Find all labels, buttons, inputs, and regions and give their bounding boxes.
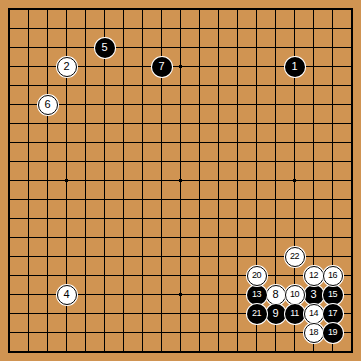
- stone-21-black: 21: [247, 304, 267, 324]
- stone-18-white: 18: [304, 323, 324, 343]
- stone-4-white: 4: [57, 285, 77, 305]
- stone-19-black: 19: [323, 323, 343, 343]
- board-grid: 12345678910111213141516171819202122: [0, 0, 361, 361]
- stone-12-white: 12: [304, 266, 324, 286]
- stone-17-black: 17: [323, 304, 343, 324]
- stone-14-white: 14: [304, 304, 324, 324]
- stone-1-black: 1: [285, 57, 305, 77]
- go-board[interactable]: 12345678910111213141516171819202122: [0, 0, 361, 361]
- stone-3-black: 3: [304, 285, 324, 305]
- stone-6-white: 6: [38, 95, 58, 115]
- stone-16-white: 16: [323, 266, 343, 286]
- stone-2-white: 2: [57, 57, 77, 77]
- stone-11-black: 11: [285, 304, 305, 324]
- stone-20-white: 20: [247, 266, 267, 286]
- star-point: [65, 179, 68, 182]
- star-point: [179, 179, 182, 182]
- star-point: [179, 65, 182, 68]
- star-point: [179, 293, 182, 296]
- stone-15-black: 15: [323, 285, 343, 305]
- stone-5-black: 5: [95, 38, 115, 58]
- stone-10-white: 10: [285, 285, 305, 305]
- stone-13-black: 13: [247, 285, 267, 305]
- stone-7-black: 7: [152, 57, 172, 77]
- stone-22-white: 22: [285, 247, 305, 267]
- stone-9-black: 9: [266, 304, 286, 324]
- star-point: [293, 179, 296, 182]
- stone-8-white: 8: [266, 285, 286, 305]
